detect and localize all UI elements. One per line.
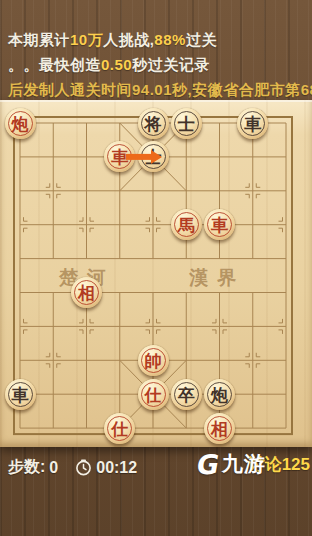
piece-character: 車 [211, 217, 228, 234]
piece-red[interactable]: 車 [104, 141, 135, 172]
piece-character: 車 [244, 115, 261, 132]
timer: 00:12 [75, 459, 137, 477]
piece-black[interactable]: 士 [138, 141, 169, 172]
piece-red[interactable]: 相 [204, 413, 235, 444]
piece-character: 相 [211, 420, 228, 437]
piece-black[interactable]: 将 [138, 108, 169, 139]
stats-text: 人挑战, [103, 31, 154, 48]
pass-rate: 88% [154, 31, 186, 48]
pieces-layer: 炮将士車車士馬車相帥車仕卒炮仕相 [0, 100, 312, 447]
participants-count: 10万 [70, 31, 103, 48]
piece-character: 車 [12, 386, 29, 403]
piece-character: 将 [145, 115, 162, 132]
clock-icon [75, 459, 92, 476]
piece-character: 帥 [145, 352, 162, 369]
timer-value: 00:12 [96, 459, 137, 477]
stats-text: 秒过关记录 [132, 56, 210, 73]
piece-red[interactable]: 帥 [138, 345, 169, 376]
status-bar: 步数:0 00:12 [8, 457, 137, 478]
piece-black[interactable]: 士 [171, 108, 202, 139]
stats-text: 过关 [186, 31, 217, 48]
piece-black[interactable]: 車 [5, 379, 36, 410]
stats-line-participants: 本期累计10万人挑战,88%过关 [8, 31, 217, 50]
stats-text: 本期累计 [8, 31, 70, 48]
jiuyou-logo-icon: G [195, 449, 223, 480]
piece-red[interactable]: 馬 [171, 209, 202, 240]
piece-red[interactable]: 相 [71, 277, 102, 308]
piece-character: 炮 [211, 386, 228, 403]
piece-character: 相 [78, 285, 95, 302]
piece-character: 炮 [12, 115, 29, 132]
app-screen: { "game": "xiangqi", "banner": { "line1"… [0, 0, 312, 536]
stats-text: 。。最快创造 [8, 56, 101, 73]
xiangqi-board[interactable]: 楚河 漢界 炮将士車車士馬車相帥車仕卒炮仕相 [0, 100, 312, 447]
piece-red[interactable]: 車 [204, 209, 235, 240]
steps-value: 0 [49, 459, 58, 477]
stats-line-runner: 后发制人通关时间94.01秒,安徽省合肥市第682 [8, 81, 312, 100]
piece-black[interactable]: 炮 [204, 379, 235, 410]
step-counter: 步数:0 [8, 457, 58, 478]
piece-black[interactable]: 卒 [171, 379, 202, 410]
piece-red[interactable]: 仕 [104, 413, 135, 444]
record-time: 0.50 [101, 56, 132, 73]
piece-character: 馬 [178, 217, 195, 234]
steps-label: 步数: [8, 457, 45, 478]
stats-line-record: 。。最快创造0.50秒过关记录 [8, 56, 210, 75]
piece-character: 士 [178, 115, 195, 132]
piece-black[interactable]: 車 [237, 108, 268, 139]
piece-character: 仕 [145, 386, 162, 403]
piece-character: 卒 [178, 386, 195, 403]
piece-red[interactable]: 炮 [5, 108, 36, 139]
piece-character: 士 [145, 149, 162, 166]
jiuyou-logo-text: 九游 [222, 450, 266, 478]
piece-red[interactable]: 仕 [138, 379, 169, 410]
piece-character: 仕 [111, 420, 128, 437]
jiuyou-watermark: G 九游 讨论125 [197, 448, 310, 480]
piece-character: 車 [111, 149, 128, 166]
